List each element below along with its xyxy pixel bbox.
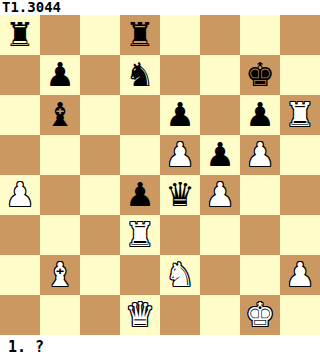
square-f8[interactable] [200, 15, 240, 55]
chess-puzzle-screen: T1.3044 ♜♜♟♞♚♝♟♟♜♟♟♟♟♟♛♟♜♝♞♟♛♚ 1. ? [0, 0, 320, 360]
piece-white-queen: ♛ [120, 295, 160, 335]
square-f5[interactable]: ♟ [200, 135, 240, 175]
piece-black-queen: ♛ [160, 175, 200, 215]
square-a8[interactable]: ♜ [0, 15, 40, 55]
piece-black-king: ♚ [240, 55, 280, 95]
square-b3[interactable] [40, 215, 80, 255]
square-a5[interactable] [0, 135, 40, 175]
square-f3[interactable] [200, 215, 240, 255]
piece-white-rook: ♜ [280, 95, 320, 135]
square-g3[interactable] [240, 215, 280, 255]
square-d6[interactable] [120, 95, 160, 135]
piece-white-rook: ♜ [120, 215, 160, 255]
piece-black-pawn: ♟ [200, 135, 240, 175]
move-prompt-label: 1. ? [0, 335, 320, 360]
square-a4[interactable]: ♟ [0, 175, 40, 215]
piece-white-pawn: ♟ [200, 175, 240, 215]
square-h3[interactable] [280, 215, 320, 255]
square-d1[interactable]: ♛ [120, 295, 160, 335]
square-e3[interactable] [160, 215, 200, 255]
piece-black-pawn: ♟ [120, 175, 160, 215]
piece-white-king: ♚ [240, 295, 280, 335]
square-b8[interactable] [40, 15, 80, 55]
square-h8[interactable] [280, 15, 320, 55]
square-d5[interactable] [120, 135, 160, 175]
chess-board: ♜♜♟♞♚♝♟♟♜♟♟♟♟♟♛♟♜♝♞♟♛♚ [0, 15, 320, 335]
piece-black-pawn: ♟ [240, 95, 280, 135]
piece-black-rook: ♜ [120, 15, 160, 55]
piece-white-pawn: ♟ [0, 175, 40, 215]
puzzle-id-label: T1.3044 [0, 0, 320, 15]
square-c7[interactable] [80, 55, 120, 95]
square-h2[interactable]: ♟ [280, 255, 320, 295]
square-a1[interactable] [0, 295, 40, 335]
piece-white-knight: ♞ [160, 255, 200, 295]
piece-black-rook: ♜ [0, 15, 40, 55]
square-a2[interactable] [0, 255, 40, 295]
square-e4[interactable]: ♛ [160, 175, 200, 215]
square-d2[interactable] [120, 255, 160, 295]
square-h4[interactable] [280, 175, 320, 215]
square-e7[interactable] [160, 55, 200, 95]
square-c2[interactable] [80, 255, 120, 295]
square-g4[interactable] [240, 175, 280, 215]
square-h7[interactable] [280, 55, 320, 95]
square-f7[interactable] [200, 55, 240, 95]
square-g6[interactable]: ♟ [240, 95, 280, 135]
square-b7[interactable]: ♟ [40, 55, 80, 95]
square-c3[interactable] [80, 215, 120, 255]
square-h6[interactable]: ♜ [280, 95, 320, 135]
square-b5[interactable] [40, 135, 80, 175]
piece-white-pawn: ♟ [240, 135, 280, 175]
square-a3[interactable] [0, 215, 40, 255]
piece-black-knight: ♞ [120, 55, 160, 95]
square-f2[interactable] [200, 255, 240, 295]
square-a6[interactable] [0, 95, 40, 135]
square-f6[interactable] [200, 95, 240, 135]
piece-black-bishop: ♝ [40, 95, 80, 135]
square-h1[interactable] [280, 295, 320, 335]
square-g8[interactable] [240, 15, 280, 55]
piece-black-pawn: ♟ [160, 95, 200, 135]
square-g2[interactable] [240, 255, 280, 295]
piece-white-bishop: ♝ [40, 255, 80, 295]
square-g1[interactable]: ♚ [240, 295, 280, 335]
square-e6[interactable]: ♟ [160, 95, 200, 135]
square-b1[interactable] [40, 295, 80, 335]
square-d7[interactable]: ♞ [120, 55, 160, 95]
square-d3[interactable]: ♜ [120, 215, 160, 255]
square-c8[interactable] [80, 15, 120, 55]
square-a7[interactable] [0, 55, 40, 95]
square-e1[interactable] [160, 295, 200, 335]
square-g5[interactable]: ♟ [240, 135, 280, 175]
square-f4[interactable]: ♟ [200, 175, 240, 215]
square-c6[interactable] [80, 95, 120, 135]
piece-white-pawn: ♟ [280, 255, 320, 295]
square-f1[interactable] [200, 295, 240, 335]
square-g7[interactable]: ♚ [240, 55, 280, 95]
square-b4[interactable] [40, 175, 80, 215]
square-c4[interactable] [80, 175, 120, 215]
square-b6[interactable]: ♝ [40, 95, 80, 135]
piece-white-pawn: ♟ [160, 135, 200, 175]
square-c5[interactable] [80, 135, 120, 175]
square-d8[interactable]: ♜ [120, 15, 160, 55]
square-c1[interactable] [80, 295, 120, 335]
square-e8[interactable] [160, 15, 200, 55]
square-e5[interactable]: ♟ [160, 135, 200, 175]
square-d4[interactable]: ♟ [120, 175, 160, 215]
square-e2[interactable]: ♞ [160, 255, 200, 295]
square-b2[interactable]: ♝ [40, 255, 80, 295]
piece-black-pawn: ♟ [40, 55, 80, 95]
square-h5[interactable] [280, 135, 320, 175]
